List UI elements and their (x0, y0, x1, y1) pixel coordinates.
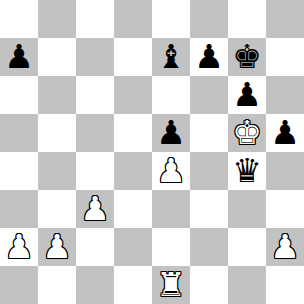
square-a6[interactable] (0, 76, 38, 114)
square-e4[interactable]: ♟ (152, 152, 190, 190)
square-d8[interactable] (114, 0, 152, 38)
square-f3[interactable] (190, 190, 228, 228)
square-h4[interactable] (266, 152, 304, 190)
square-d3[interactable] (114, 190, 152, 228)
piece-white-king[interactable]: ♚ (232, 116, 262, 149)
piece-black-king[interactable]: ♚ (232, 40, 262, 73)
piece-black-pawn[interactable]: ♟ (4, 40, 34, 73)
square-d2[interactable] (114, 228, 152, 266)
square-f4[interactable] (190, 152, 228, 190)
square-g2[interactable] (228, 228, 266, 266)
piece-black-pawn[interactable]: ♟ (156, 116, 186, 149)
square-g7[interactable]: ♚ (228, 38, 266, 76)
piece-white-pawn[interactable]: ♟ (156, 154, 186, 187)
square-e5[interactable]: ♟ (152, 114, 190, 152)
piece-white-pawn[interactable]: ♟ (80, 192, 110, 225)
square-a8[interactable] (0, 0, 38, 38)
square-d6[interactable] (114, 76, 152, 114)
square-h7[interactable] (266, 38, 304, 76)
square-b7[interactable] (38, 38, 76, 76)
square-f8[interactable] (190, 0, 228, 38)
square-g4[interactable]: ♛ (228, 152, 266, 190)
square-c4[interactable] (76, 152, 114, 190)
square-c6[interactable] (76, 76, 114, 114)
square-g1[interactable] (228, 266, 266, 304)
square-a1[interactable] (0, 266, 38, 304)
square-h5[interactable]: ♟ (266, 114, 304, 152)
square-a3[interactable] (0, 190, 38, 228)
square-b3[interactable] (38, 190, 76, 228)
square-d1[interactable] (114, 266, 152, 304)
piece-black-bishop[interactable]: ♝ (156, 40, 186, 73)
square-h8[interactable] (266, 0, 304, 38)
square-f2[interactable] (190, 228, 228, 266)
square-c2[interactable] (76, 228, 114, 266)
square-f1[interactable] (190, 266, 228, 304)
square-a2[interactable]: ♟ (0, 228, 38, 266)
square-c5[interactable] (76, 114, 114, 152)
square-e6[interactable] (152, 76, 190, 114)
square-b8[interactable] (38, 0, 76, 38)
square-g6[interactable]: ♟ (228, 76, 266, 114)
square-e8[interactable] (152, 0, 190, 38)
square-c3[interactable]: ♟ (76, 190, 114, 228)
square-c1[interactable] (76, 266, 114, 304)
piece-black-pawn[interactable]: ♟ (194, 40, 224, 73)
piece-white-pawn[interactable]: ♟ (4, 230, 34, 263)
square-e2[interactable] (152, 228, 190, 266)
square-e7[interactable]: ♝ (152, 38, 190, 76)
piece-black-pawn[interactable]: ♟ (270, 116, 300, 149)
square-h6[interactable] (266, 76, 304, 114)
square-d5[interactable] (114, 114, 152, 152)
square-d7[interactable] (114, 38, 152, 76)
square-h1[interactable] (266, 266, 304, 304)
square-b4[interactable] (38, 152, 76, 190)
square-h3[interactable] (266, 190, 304, 228)
square-b6[interactable] (38, 76, 76, 114)
square-b2[interactable]: ♟ (38, 228, 76, 266)
piece-white-rook[interactable]: ♜ (156, 268, 186, 301)
piece-black-queen[interactable]: ♛ (232, 154, 262, 187)
chess-board: ♟♝♟♚♟♟♚♟♟♛♟♟♟♟♜ (0, 0, 304, 304)
square-f5[interactable] (190, 114, 228, 152)
square-c8[interactable] (76, 0, 114, 38)
square-f6[interactable] (190, 76, 228, 114)
square-h2[interactable]: ♟ (266, 228, 304, 266)
square-e3[interactable] (152, 190, 190, 228)
square-b1[interactable] (38, 266, 76, 304)
square-a7[interactable]: ♟ (0, 38, 38, 76)
piece-white-pawn[interactable]: ♟ (270, 230, 300, 263)
square-d4[interactable] (114, 152, 152, 190)
piece-black-pawn[interactable]: ♟ (232, 78, 262, 111)
piece-white-pawn[interactable]: ♟ (42, 230, 72, 263)
square-g3[interactable] (228, 190, 266, 228)
square-g8[interactable] (228, 0, 266, 38)
square-e1[interactable]: ♜ (152, 266, 190, 304)
square-b5[interactable] (38, 114, 76, 152)
square-g5[interactable]: ♚ (228, 114, 266, 152)
square-a5[interactable] (0, 114, 38, 152)
square-a4[interactable] (0, 152, 38, 190)
square-c7[interactable] (76, 38, 114, 76)
square-f7[interactable]: ♟ (190, 38, 228, 76)
